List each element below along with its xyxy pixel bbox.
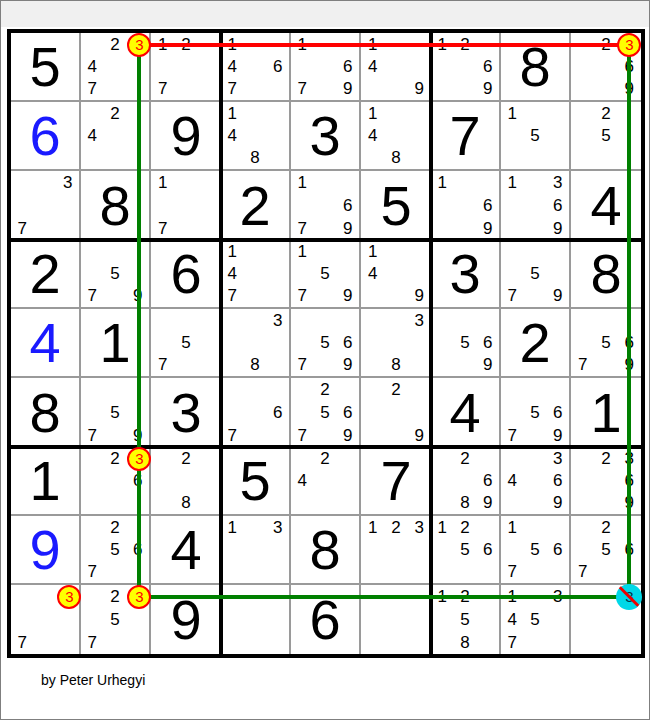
- candidate-r7c8-7: [501, 492, 524, 514]
- candidate-r7c3-5: [174, 469, 197, 491]
- cell-r8c5[interactable]: 8: [291, 516, 361, 585]
- candidate-r5c3-2: [174, 309, 197, 331]
- candidate-r4c6-3: [408, 240, 431, 262]
- candidate-r9c7-5: 5: [454, 608, 477, 631]
- candidate-r6c4-5: [244, 401, 267, 424]
- candidate-r8c4-1: 1: [221, 516, 244, 538]
- candidate-r8c4-5: [244, 538, 267, 560]
- given-digit-r2c3: 9: [151, 102, 221, 169]
- candidate-r2c6-1: 1: [361, 102, 384, 124]
- candidate-r7c9-7: [571, 492, 594, 514]
- candidate-r4c6-5: [384, 262, 407, 284]
- candidate-r1c9-5: [594, 55, 617, 77]
- candidate-r8c8-6: 6: [546, 538, 569, 560]
- candidate-r7c8-6: 6: [546, 469, 569, 491]
- candidate-r2c8-6: [546, 124, 569, 146]
- cell-r5c6[interactable]: 38: [361, 309, 431, 378]
- candidate-r1c3-8: [174, 78, 197, 100]
- candidates-r7c3: 28: [151, 447, 221, 514]
- candidate-r8c8-2: [524, 516, 547, 538]
- candidate-r6c6-4: [361, 401, 384, 424]
- candidate-r5c6-8: 8: [384, 354, 407, 376]
- candidate-r1c6-6: [408, 55, 431, 77]
- candidate-r4c2-8: [104, 285, 127, 307]
- cell-r4c6[interactable]: 149: [361, 240, 431, 309]
- candidates-r4c4: 147: [221, 240, 289, 307]
- candidate-r3c7-7: [431, 217, 454, 240]
- candidates-r3c5: 1679: [291, 171, 359, 240]
- candidate-r7c5-8: [314, 492, 337, 514]
- candidate-r3c8-6: 6: [546, 194, 569, 217]
- candidate-r5c5-3: [336, 309, 359, 331]
- candidate-r1c2-2: 2: [104, 33, 127, 55]
- candidates-r4c5: 1579: [291, 240, 359, 307]
- candidate-r1c4-4: 4: [221, 55, 244, 77]
- chain-line-red: [139, 43, 629, 47]
- cell-r6c4[interactable]: 67: [221, 378, 291, 447]
- candidate-r2c6-7: [361, 147, 384, 169]
- cell-r8c8[interactable]: 1567: [501, 516, 571, 585]
- candidate-r8c4-4: [221, 538, 244, 560]
- cell-r7c7[interactable]: 2689: [431, 447, 501, 516]
- given-digit-r3c6: 5: [361, 171, 431, 240]
- candidate-r2c2-4: 4: [81, 124, 104, 146]
- candidate-r8c7-2: 2: [454, 516, 477, 538]
- candidate-r8c7-5: 5: [454, 538, 477, 560]
- candidate-r3c1-8: [34, 217, 57, 240]
- candidate-r5c5-7: 7: [291, 354, 314, 376]
- candidate-r4c6-9: 9: [408, 285, 431, 307]
- candidate-r4c5-9: 9: [336, 285, 359, 307]
- candidate-r9c1-9: [56, 631, 79, 654]
- candidate-r1c4-8: [244, 78, 267, 100]
- candidate-r3c3-5: [174, 194, 197, 217]
- candidate-r2c6-4: 4: [361, 124, 384, 146]
- cell-r2c8[interactable]: 15: [501, 102, 571, 171]
- cell-r4c4[interactable]: 147: [221, 240, 291, 309]
- given-digit-r8c3: 4: [151, 516, 221, 583]
- given-digit-r4c7: 3: [431, 240, 499, 307]
- candidate-r9c7-4: [431, 608, 454, 631]
- candidate-r4c6-8: [384, 285, 407, 307]
- highlight-circle-r1c9: 3: [617, 33, 641, 57]
- candidate-r3c8-8: [524, 217, 547, 240]
- candidate-r9c2-7: 7: [81, 631, 104, 654]
- candidate-r9c1-6: [56, 608, 79, 631]
- candidate-r2c4-3: [266, 102, 289, 124]
- candidate-r4c4-4: 4: [221, 262, 244, 284]
- candidate-r8c6-6: [408, 538, 431, 560]
- candidate-r9c1-8: [34, 631, 57, 654]
- candidate-r3c8-4: [501, 194, 524, 217]
- candidate-r9c1-7: 7: [11, 631, 34, 654]
- cell-r3c5[interactable]: 1679: [291, 171, 361, 240]
- candidate-r7c7-1: [431, 447, 454, 469]
- box-border-line: [11, 445, 641, 449]
- cell-r1c1[interactable]: 5: [11, 33, 81, 102]
- candidate-r1c2-5: [104, 55, 127, 77]
- given-digit-r7c4: 5: [221, 447, 289, 514]
- candidate-r9c4-7: [221, 631, 244, 654]
- candidate-r8c9-8: [594, 561, 617, 583]
- cell-r3c1[interactable]: 37: [11, 171, 81, 240]
- cell-r6c3[interactable]: 3: [151, 378, 221, 447]
- candidate-r1c6-5: [384, 55, 407, 77]
- window-top-strip: [1, 1, 649, 27]
- candidate-r5c6-5: [384, 331, 407, 353]
- chain-line-green: [139, 595, 629, 599]
- candidate-r5c6-2: [384, 309, 407, 331]
- cell-r7c3[interactable]: 28: [151, 447, 221, 516]
- candidate-r6c5-2: 2: [314, 378, 337, 401]
- candidate-r7c5-2: 2: [314, 447, 337, 469]
- highlight-circle-r9c1: 3: [57, 585, 81, 609]
- candidate-r2c8-5: 5: [524, 124, 547, 146]
- candidate-r3c7-4: [431, 194, 454, 217]
- candidate-r7c3-9: [198, 492, 221, 514]
- candidate-r4c6-2: [384, 240, 407, 262]
- cell-r5c5[interactable]: 5679: [291, 309, 361, 378]
- candidate-r3c7-8: [454, 217, 477, 240]
- cell-r4c8[interactable]: 579: [501, 240, 571, 309]
- candidate-r1c9-4: [571, 55, 594, 77]
- candidate-r3c5-3: [336, 171, 359, 194]
- candidate-r6c5-6: 6: [336, 401, 359, 424]
- candidate-r8c8-4: [501, 538, 524, 560]
- candidate-r7c3-7: [151, 492, 174, 514]
- candidate-r2c2-7: [81, 147, 104, 169]
- cell-r8c7[interactable]: 1256: [431, 516, 501, 585]
- chain-line-green: [137, 45, 141, 597]
- cell-r8c1[interactable]: 9: [11, 516, 81, 585]
- cell-r7c5[interactable]: 24: [291, 447, 361, 516]
- cell-r2c4[interactable]: 148: [221, 102, 291, 171]
- cell-r2c5[interactable]: 3: [291, 102, 361, 171]
- candidate-r5c3-8: [174, 354, 197, 376]
- candidate-r8c6-8: [384, 561, 407, 583]
- candidate-r2c6-2: [384, 102, 407, 124]
- candidate-r6c8-5: 5: [524, 401, 547, 424]
- candidate-r5c9-8: [594, 354, 617, 376]
- candidate-r9c8-7: 7: [501, 631, 524, 654]
- candidate-r7c8-4: 4: [501, 469, 524, 491]
- candidate-r8c4-2: [244, 516, 267, 538]
- candidates-r5c7: 569: [431, 309, 499, 376]
- candidate-r6c6-7: [361, 424, 384, 447]
- candidate-r6c8-7: 7: [501, 424, 524, 447]
- candidate-r4c4-5: [244, 262, 267, 284]
- candidate-r7c8-9: 9: [546, 492, 569, 514]
- candidate-r6c8-6: 6: [546, 401, 569, 424]
- cell-r6c1[interactable]: 8: [11, 378, 81, 447]
- candidate-r4c8-3: [546, 240, 569, 262]
- candidate-r4c5-7: 7: [291, 285, 314, 307]
- candidate-r4c6-4: 4: [361, 262, 384, 284]
- candidate-r2c4-5: [244, 124, 267, 146]
- candidate-r6c4-8: [244, 424, 267, 447]
- candidate-r3c5-1: 1: [291, 171, 314, 194]
- given-digit-r4c3: 6: [151, 240, 221, 307]
- candidates-r6c4: 67: [221, 378, 289, 447]
- candidate-r2c9-1: [571, 102, 594, 124]
- candidate-r8c8-8: [524, 561, 547, 583]
- candidate-r5c7-2: [454, 309, 477, 331]
- candidate-r7c9-8: [594, 492, 617, 514]
- candidate-r8c2-1: [81, 516, 104, 538]
- candidate-r4c8-5: 5: [524, 262, 547, 284]
- cell-r5c1[interactable]: 4: [11, 309, 81, 378]
- candidate-r9c2-4: [81, 608, 104, 631]
- candidates-r5c4: 38: [221, 309, 289, 376]
- box-border-line: [219, 33, 223, 654]
- candidates-r6c6: 29: [361, 378, 431, 447]
- candidate-r5c6-6: [408, 331, 431, 353]
- cell-r4c3[interactable]: 6: [151, 240, 221, 309]
- candidate-r4c6-1: 1: [361, 240, 384, 262]
- candidate-r4c8-7: 7: [501, 285, 524, 307]
- candidate-r3c5-9: 9: [336, 217, 359, 240]
- candidate-r5c5-8: [314, 354, 337, 376]
- candidates-r4c6: 149: [361, 240, 431, 307]
- candidates-r7c5: 24: [291, 447, 359, 514]
- candidate-r8c9-4: [571, 538, 594, 560]
- candidate-r6c4-6: 6: [266, 401, 289, 424]
- candidates-r6c5: 25679: [291, 378, 359, 447]
- cell-r7c4[interactable]: 5: [221, 447, 291, 516]
- box-border-line: [11, 238, 641, 242]
- candidate-r7c5-3: [336, 447, 359, 469]
- candidate-r7c7-9: 9: [476, 492, 499, 514]
- cell-r7c1[interactable]: 1: [11, 447, 81, 516]
- given-digit-r7c6: 7: [361, 447, 431, 514]
- cell-r2c3[interactable]: 9: [151, 102, 221, 171]
- cell-r3c6[interactable]: 5: [361, 171, 431, 240]
- cell-r4c7[interactable]: 3: [431, 240, 501, 309]
- candidate-r9c8-8: [524, 631, 547, 654]
- candidate-r8c9-1: [571, 516, 594, 538]
- candidates-r2c8: 15: [501, 102, 569, 169]
- candidate-r2c2-8: [104, 147, 127, 169]
- candidate-r6c2-2: [104, 378, 127, 401]
- candidate-r4c4-9: [266, 285, 289, 307]
- cell-r2c6[interactable]: 148: [361, 102, 431, 171]
- candidate-r5c4-7: [221, 354, 244, 376]
- candidate-r3c1-2: [34, 171, 57, 194]
- candidates-r6c8: 5679: [501, 378, 569, 447]
- candidate-r1c4-5: [244, 55, 267, 77]
- candidate-r8c4-6: [266, 538, 289, 560]
- candidates-r5c5: 5679: [291, 309, 359, 376]
- candidates-r5c3: 57: [151, 309, 221, 376]
- candidate-r4c5-1: 1: [291, 240, 314, 262]
- candidate-r3c3-4: [151, 194, 174, 217]
- candidate-r4c8-1: [501, 240, 524, 262]
- candidate-r6c5-5: 5: [314, 401, 337, 424]
- candidate-r3c7-2: [454, 171, 477, 194]
- candidate-r8c2-7: 7: [81, 561, 104, 583]
- candidate-r8c6-2: 2: [384, 516, 407, 538]
- candidate-r6c5-1: [291, 378, 314, 401]
- candidate-r7c5-7: [291, 492, 314, 514]
- candidate-r3c7-5: [454, 194, 477, 217]
- candidate-r6c2-5: 5: [104, 401, 127, 424]
- candidate-r7c2-1: [81, 447, 104, 469]
- candidate-r7c9-1: [571, 447, 594, 469]
- candidate-r1c4-9: [266, 78, 289, 100]
- candidate-r5c5-2: [314, 309, 337, 331]
- candidate-r2c4-2: [244, 102, 267, 124]
- candidate-r2c4-8: 8: [244, 147, 267, 169]
- candidate-r5c9-1: [571, 309, 594, 331]
- candidate-r3c5-5: [314, 194, 337, 217]
- given-digit-r2c7: 7: [431, 102, 499, 169]
- candidates-r3c3: 17: [151, 171, 221, 240]
- candidate-r6c8-3: [546, 378, 569, 401]
- cell-r5c4[interactable]: 38: [221, 309, 291, 378]
- candidate-r2c4-4: 4: [221, 124, 244, 146]
- given-digit-r2c5: 3: [291, 102, 359, 169]
- given-digit-r6c1: 8: [11, 378, 79, 447]
- box-border-line: [429, 33, 433, 654]
- candidate-r5c7-9: 9: [476, 354, 499, 376]
- candidate-r3c3-9: [198, 217, 221, 240]
- candidates-r2c6: 148: [361, 102, 431, 169]
- candidate-r9c4-9: [266, 631, 289, 654]
- candidate-r6c4-1: [221, 378, 244, 401]
- candidate-r6c4-9: [266, 424, 289, 447]
- candidate-r8c7-9: [476, 561, 499, 583]
- candidate-r4c2-2: [104, 240, 127, 262]
- cell-r7c6[interactable]: 7: [361, 447, 431, 516]
- candidate-r5c9-7: 7: [571, 354, 594, 376]
- candidate-r5c4-5: [244, 331, 267, 353]
- candidates-r8c8: 1567: [501, 516, 569, 583]
- candidate-r1c5-7: 7: [291, 78, 314, 100]
- cell-r4c1[interactable]: 2: [11, 240, 81, 309]
- candidate-r2c9-8: [594, 147, 617, 169]
- solved-digit-r2c1: 6: [11, 102, 79, 169]
- highlight-circle-r9c2: 3: [127, 585, 151, 609]
- candidate-r9c2-1: [81, 585, 104, 608]
- candidate-r8c7-4: [431, 538, 454, 560]
- candidate-r1c9-8: [594, 78, 617, 100]
- chain-line-green: [627, 45, 631, 597]
- candidate-r4c2-7: 7: [81, 285, 104, 307]
- candidate-r1c3-4: [151, 55, 174, 77]
- cell-r3c3[interactable]: 17: [151, 171, 221, 240]
- solved-digit-r8c1: 9: [11, 516, 79, 583]
- cell-r4c5[interactable]: 1579: [291, 240, 361, 309]
- candidate-r6c6-9: 9: [408, 424, 431, 447]
- cell-r3c8[interactable]: 1369: [501, 171, 571, 240]
- candidate-r2c2-1: [81, 102, 104, 124]
- candidate-r3c7-3: [476, 171, 499, 194]
- candidates-r3c7: 169: [431, 171, 499, 240]
- candidate-r7c7-6: 6: [476, 469, 499, 491]
- candidate-r3c8-5: [524, 194, 547, 217]
- candidate-r4c4-6: [266, 262, 289, 284]
- candidate-r5c4-9: [266, 354, 289, 376]
- candidate-r6c8-8: [524, 424, 547, 447]
- cell-r7c8[interactable]: 3469: [501, 447, 571, 516]
- candidate-r3c1-9: [56, 217, 79, 240]
- candidate-r2c8-2: [524, 102, 547, 124]
- given-digit-r1c1: 5: [11, 33, 79, 100]
- candidate-r1c5-5: [314, 55, 337, 77]
- candidate-r7c7-3: [476, 447, 499, 469]
- cell-r6c8[interactable]: 5679: [501, 378, 571, 447]
- candidate-r3c3-2: [174, 171, 197, 194]
- cell-r6c5[interactable]: 25679: [291, 378, 361, 447]
- candidate-r1c6-9: 9: [408, 78, 431, 100]
- candidate-r5c4-6: [266, 331, 289, 353]
- candidate-r7c9-2: 2: [594, 447, 617, 469]
- candidates-r8c4: 13: [221, 516, 289, 583]
- candidate-r6c4-7: 7: [221, 424, 244, 447]
- candidate-r5c4-1: [221, 309, 244, 331]
- candidate-r3c1-1: [11, 171, 34, 194]
- candidate-r6c6-8: [384, 424, 407, 447]
- candidate-r6c6-6: [408, 401, 431, 424]
- given-digit-r6c7: 4: [431, 378, 499, 447]
- candidates-r3c1: 37: [11, 171, 79, 240]
- candidate-r5c5-9: 9: [336, 354, 359, 376]
- candidate-r9c6-6: [408, 608, 431, 631]
- candidate-r9c8-9: [546, 631, 569, 654]
- candidate-r6c5-7: 7: [291, 424, 314, 447]
- candidate-r2c8-4: [501, 124, 524, 146]
- candidate-r4c2-5: 5: [104, 262, 127, 284]
- candidate-r2c6-3: [408, 102, 431, 124]
- cell-r5c7[interactable]: 569: [431, 309, 501, 378]
- candidate-r4c8-8: [524, 285, 547, 307]
- cell-r6c7[interactable]: 4: [431, 378, 501, 447]
- candidate-r1c6-7: [361, 78, 384, 100]
- candidate-r5c9-5: 5: [594, 331, 617, 353]
- candidate-r6c2-4: [81, 401, 104, 424]
- candidate-r7c3-1: [151, 447, 174, 469]
- candidate-r4c8-2: [524, 240, 547, 262]
- cell-r8c4[interactable]: 13: [221, 516, 291, 585]
- candidate-r7c3-3: [198, 447, 221, 469]
- candidate-r1c3-6: [198, 55, 221, 77]
- candidate-r8c9-5: 5: [594, 538, 617, 560]
- candidates-r5c6: 38: [361, 309, 431, 376]
- candidate-r9c6-4: [361, 608, 384, 631]
- candidate-r4c4-2: [244, 240, 267, 262]
- cell-r8c6[interactable]: 123: [361, 516, 431, 585]
- cell-r3c4[interactable]: 2: [221, 171, 291, 240]
- cell-r8c3[interactable]: 4: [151, 516, 221, 585]
- candidate-r1c7-8: [454, 78, 477, 100]
- candidate-r6c5-8: [314, 424, 337, 447]
- cell-r3c7[interactable]: 169: [431, 171, 501, 240]
- candidate-r7c5-4: 4: [291, 469, 314, 491]
- cell-r5c8[interactable]: 2: [501, 309, 571, 378]
- cell-r2c7[interactable]: 7: [431, 102, 501, 171]
- cell-r6c6[interactable]: 29: [361, 378, 431, 447]
- candidate-r3c1-3: 3: [56, 171, 79, 194]
- candidates-r7c8: 3469: [501, 447, 569, 514]
- candidate-r7c2-4: [81, 469, 104, 491]
- candidate-r1c9-7: [571, 78, 594, 100]
- candidate-r2c6-9: [408, 147, 431, 169]
- candidate-r6c6-1: [361, 378, 384, 401]
- candidate-r7c9-4: [571, 469, 594, 491]
- cell-r2c1[interactable]: 6: [11, 102, 81, 171]
- candidate-r4c8-4: [501, 262, 524, 284]
- cell-r5c3[interactable]: 57: [151, 309, 221, 378]
